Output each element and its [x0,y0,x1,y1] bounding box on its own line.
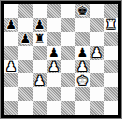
square-h3[interactable] [104,73,118,87]
square-f8[interactable]: ♚ [75,4,89,18]
square-f4[interactable]: ♟ [75,60,89,74]
square-d8[interactable] [47,4,61,18]
square-a2[interactable] [4,87,18,101]
square-f5[interactable]: ♟ [75,46,89,60]
black-king-f8: ♚ [77,4,89,17]
square-g7[interactable] [90,18,104,32]
square-a6[interactable] [4,32,18,46]
square-d3[interactable] [47,73,61,87]
chess-board: ♚♟♟♜♟♜♟♟♟♟♟♟♟♚ [4,4,118,115]
square-g8[interactable] [90,4,104,18]
square-b4[interactable] [18,60,32,74]
square-d2[interactable] [47,87,61,101]
square-d4[interactable]: ♟ [47,60,61,74]
square-g6[interactable] [90,32,104,46]
square-c3[interactable]: ♟ [33,73,47,87]
square-c5[interactable] [33,46,47,60]
black-pawn-c7: ♟ [34,18,46,31]
square-f3[interactable]: ♚ [75,73,89,87]
square-c6[interactable]: ♜ [33,32,47,46]
square-c1[interactable] [33,101,47,115]
square-b1[interactable] [18,101,32,115]
white-pawn-g5: ♟ [91,46,103,59]
square-e3[interactable] [61,73,75,87]
square-b6[interactable]: ♟ [18,32,32,46]
square-b3[interactable] [18,73,32,87]
square-e7[interactable] [61,18,75,32]
square-g2[interactable] [90,87,104,101]
square-d6[interactable] [47,32,61,46]
square-f6[interactable] [75,32,89,46]
black-pawn-d5: ♟ [48,46,60,59]
square-a8[interactable] [4,4,18,18]
black-rook-c6: ♜ [34,32,46,45]
square-a7[interactable]: ♟ [4,18,18,32]
square-h6[interactable] [104,32,118,46]
chess-diagram-frame: ♚♟♟♜♟♜♟♟♟♟♟♟♟♚ [0,0,122,119]
square-e2[interactable] [61,87,75,101]
square-b5[interactable] [18,46,32,60]
square-g4[interactable] [90,60,104,74]
black-pawn-a7: ♟ [5,18,17,31]
square-d7[interactable] [47,18,61,32]
square-e1[interactable] [61,101,75,115]
square-h2[interactable] [104,87,118,101]
square-b8[interactable] [18,4,32,18]
white-pawn-f4: ♟ [77,60,89,73]
white-pawn-d4: ♟ [48,60,60,73]
square-h1[interactable] [104,101,118,115]
square-f7[interactable] [75,18,89,32]
square-g5[interactable]: ♟ [90,46,104,60]
square-h8[interactable] [104,4,118,18]
square-b7[interactable] [18,18,32,32]
square-c2[interactable] [33,87,47,101]
white-pawn-a4: ♟ [5,60,17,73]
square-d1[interactable] [47,101,61,115]
square-a5[interactable] [4,46,18,60]
square-b2[interactable] [18,87,32,101]
black-pawn-f5: ♟ [77,46,89,59]
square-a4[interactable]: ♟ [4,60,18,74]
square-g3[interactable] [90,73,104,87]
square-c8[interactable] [33,4,47,18]
square-c7[interactable]: ♟ [33,18,47,32]
square-e4[interactable] [61,60,75,74]
square-f2[interactable] [75,87,89,101]
square-h5[interactable] [104,46,118,60]
square-f1[interactable] [75,101,89,115]
square-e6[interactable] [61,32,75,46]
square-e8[interactable] [61,4,75,18]
square-a1[interactable] [4,101,18,115]
square-h7[interactable]: ♜ [104,18,118,32]
white-rook-h7: ♜ [105,18,117,31]
square-h4[interactable] [104,60,118,74]
black-pawn-b6: ♟ [20,32,32,45]
square-e5[interactable] [61,46,75,60]
square-a3[interactable] [4,73,18,87]
square-c4[interactable] [33,60,47,74]
white-pawn-c3: ♟ [34,73,46,86]
white-king-f3: ♚ [77,73,89,86]
square-d5[interactable]: ♟ [47,46,61,60]
square-g1[interactable] [90,101,104,115]
